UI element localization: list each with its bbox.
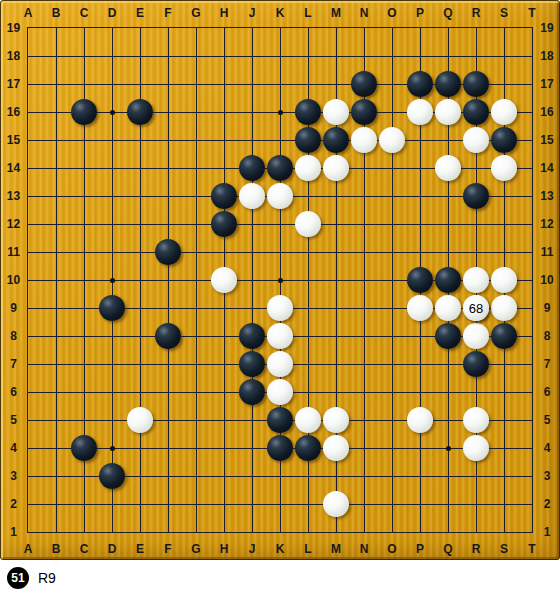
go-app-screen: AABBCCDDEEFFGGHHJJKKLLMMNNOOPPQQRRSSTT19…: [0, 0, 560, 596]
coord-label-bottom: C: [70, 540, 98, 557]
coord-label-left: 7: [3, 356, 24, 372]
coord-label-bottom: Q: [434, 540, 462, 557]
coord-label-top: H: [210, 4, 238, 21]
coord-label-left: 3: [3, 468, 24, 484]
coord-label-left: 8: [3, 328, 24, 344]
stone-black-D9: [99, 295, 125, 321]
coord-label-right: 11: [536, 244, 558, 260]
stone-white-R5: [463, 407, 489, 433]
coord-label-top: O: [378, 4, 406, 21]
coord-label-right: 12: [536, 216, 558, 232]
coord-label-bottom: T: [518, 540, 546, 557]
stone-white-L12: [295, 211, 321, 237]
stone-black-S15: [491, 127, 517, 153]
coord-label-right: 6: [536, 384, 558, 400]
stone-white-K13: [267, 183, 293, 209]
stone-white-P5: [407, 407, 433, 433]
coord-label-top: N: [350, 4, 378, 21]
stone-white-Q14: [435, 155, 461, 181]
stone-white-P16: [407, 99, 433, 125]
coord-label-bottom: J: [238, 540, 266, 557]
stone-black-Q10: [435, 267, 461, 293]
coord-label-bottom: B: [42, 540, 70, 557]
coord-label-bottom: M: [322, 540, 350, 557]
coord-label-bottom: E: [126, 540, 154, 557]
coord-label-bottom: P: [406, 540, 434, 557]
stone-black-R7: [463, 351, 489, 377]
coord-label-bottom: H: [210, 540, 238, 557]
stone-white-O15: [379, 127, 405, 153]
coord-label-bottom: R: [462, 540, 490, 557]
stone-white-P9: [407, 295, 433, 321]
stone-white-H10: [211, 267, 237, 293]
coord-label-bottom: S: [490, 540, 518, 557]
move-number-badge: 51: [7, 567, 29, 589]
coord-label-right: 7: [536, 356, 558, 372]
coord-label-top: D: [98, 4, 126, 21]
coord-label-top: S: [490, 4, 518, 21]
star-point: [446, 446, 451, 451]
stone-white-N15: [351, 127, 377, 153]
stone-white-Q16: [435, 99, 461, 125]
stone-black-C4: [71, 435, 97, 461]
stone-black-H13: [211, 183, 237, 209]
grid-line-v: [392, 28, 393, 532]
coord-label-top: L: [294, 4, 322, 21]
stone-white-R10: [463, 267, 489, 293]
coord-label-left: 5: [3, 412, 24, 428]
coord-label-right: 9: [536, 300, 558, 316]
stone-black-J6: [239, 379, 265, 405]
coord-label-bottom: L: [294, 540, 322, 557]
stone-white-S16: [491, 99, 517, 125]
coord-label-right: 8: [536, 328, 558, 344]
stone-black-Q8: [435, 323, 461, 349]
coord-label-left: 16: [3, 104, 24, 120]
coord-label-left: 12: [3, 216, 24, 232]
stone-black-C16: [71, 99, 97, 125]
coord-label-right: 2: [536, 496, 558, 512]
coord-label-left: 14: [3, 160, 24, 176]
coord-label-left: 11: [3, 244, 24, 260]
coord-label-bottom: O: [378, 540, 406, 557]
stone-white-S9: [491, 295, 517, 321]
stone-black-K14: [267, 155, 293, 181]
stone-white-M16: [323, 99, 349, 125]
stone-white-R15: [463, 127, 489, 153]
coord-label-left: 4: [3, 440, 24, 456]
star-point: [110, 110, 115, 115]
stone-black-R17: [463, 71, 489, 97]
stone-white-M4: [323, 435, 349, 461]
stone-black-J8: [239, 323, 265, 349]
coord-label-bottom: A: [14, 540, 42, 557]
coord-label-top: M: [322, 4, 350, 21]
stone-black-Q17: [435, 71, 461, 97]
stone-white-S10: [491, 267, 517, 293]
coord-label-bottom: D: [98, 540, 126, 557]
stone-white-K8: [267, 323, 293, 349]
coord-label-top: J: [238, 4, 266, 21]
stone-black-P10: [407, 267, 433, 293]
coord-label-top: C: [70, 4, 98, 21]
stone-white-L14: [295, 155, 321, 181]
coord-label-top: K: [266, 4, 294, 21]
coord-label-right: 5: [536, 412, 558, 428]
coord-label-left: 15: [3, 132, 24, 148]
stone-white-K9: [267, 295, 293, 321]
stone-black-N17: [351, 71, 377, 97]
move-number-label: 68: [469, 302, 483, 315]
coord-label-right: 16: [536, 104, 558, 120]
move-caption: 51 R9: [0, 560, 560, 596]
stone-black-H12: [211, 211, 237, 237]
coord-label-right: 14: [536, 160, 558, 176]
stone-black-J14: [239, 155, 265, 181]
coord-label-right: 18: [536, 48, 558, 64]
star-point: [110, 446, 115, 451]
coord-label-bottom: K: [266, 540, 294, 557]
coord-label-left: 10: [3, 272, 24, 288]
coord-label-top: R: [462, 4, 490, 21]
stone-white-K6: [267, 379, 293, 405]
coord-label-right: 19: [536, 20, 558, 36]
move-coordinate-text: R9: [38, 570, 56, 586]
coord-label-left: 19: [3, 20, 24, 36]
coord-label-left: 1: [3, 524, 24, 540]
coord-label-right: 10: [536, 272, 558, 288]
coord-label-bottom: N: [350, 540, 378, 557]
go-board[interactable]: AABBCCDDEEFFGGHHJJKKLLMMNNOOPPQQRRSSTT19…: [0, 0, 560, 560]
stone-black-N16: [351, 99, 377, 125]
coord-label-top: B: [42, 4, 70, 21]
star-point: [278, 278, 283, 283]
stone-white-J13: [239, 183, 265, 209]
coord-label-bottom: F: [154, 540, 182, 557]
coord-label-top: P: [406, 4, 434, 21]
stone-black-P17: [407, 71, 433, 97]
stone-black-J7: [239, 351, 265, 377]
stone-black-M15: [323, 127, 349, 153]
star-point: [110, 278, 115, 283]
grid-line-h: [28, 504, 532, 505]
stone-black-L15: [295, 127, 321, 153]
stone-black-L16: [295, 99, 321, 125]
stone-white-R8: [463, 323, 489, 349]
stone-white-M14: [323, 155, 349, 181]
stone-white-R4: [463, 435, 489, 461]
stone-black-S8: [491, 323, 517, 349]
stone-black-F8: [155, 323, 181, 349]
coord-label-right: 3: [536, 468, 558, 484]
stone-black-D3: [99, 463, 125, 489]
stone-black-F11: [155, 239, 181, 265]
stone-white-Q9: [435, 295, 461, 321]
coord-label-top: F: [154, 4, 182, 21]
stone-white-S14: [491, 155, 517, 181]
stone-white-M5: [323, 407, 349, 433]
coord-label-top: G: [182, 4, 210, 21]
stone-white-E5: [127, 407, 153, 433]
stone-black-E16: [127, 99, 153, 125]
coord-label-right: 13: [536, 188, 558, 204]
coord-label-left: 9: [3, 300, 24, 316]
stone-white-M2: [323, 491, 349, 517]
stone-black-R13: [463, 183, 489, 209]
stone-white-L5: [295, 407, 321, 433]
coord-label-right: 4: [536, 440, 558, 456]
coord-label-right: 1: [536, 524, 558, 540]
stone-black-L4: [295, 435, 321, 461]
coord-label-bottom: G: [182, 540, 210, 557]
numbered-stone-R9: 68: [463, 295, 489, 321]
coord-label-right: 15: [536, 132, 558, 148]
coord-label-left: 18: [3, 48, 24, 64]
stone-white-K7: [267, 351, 293, 377]
stone-black-R16: [463, 99, 489, 125]
coord-label-left: 17: [3, 76, 24, 92]
coord-label-top: E: [126, 4, 154, 21]
stone-black-K5: [267, 407, 293, 433]
coord-label-left: 6: [3, 384, 24, 400]
coord-label-top: A: [14, 4, 42, 21]
coord-label-top: T: [518, 4, 546, 21]
star-point: [278, 110, 283, 115]
coord-label-top: Q: [434, 4, 462, 21]
stone-black-K4: [267, 435, 293, 461]
coord-label-right: 17: [536, 76, 558, 92]
coord-label-left: 13: [3, 188, 24, 204]
coord-label-left: 2: [3, 496, 24, 512]
